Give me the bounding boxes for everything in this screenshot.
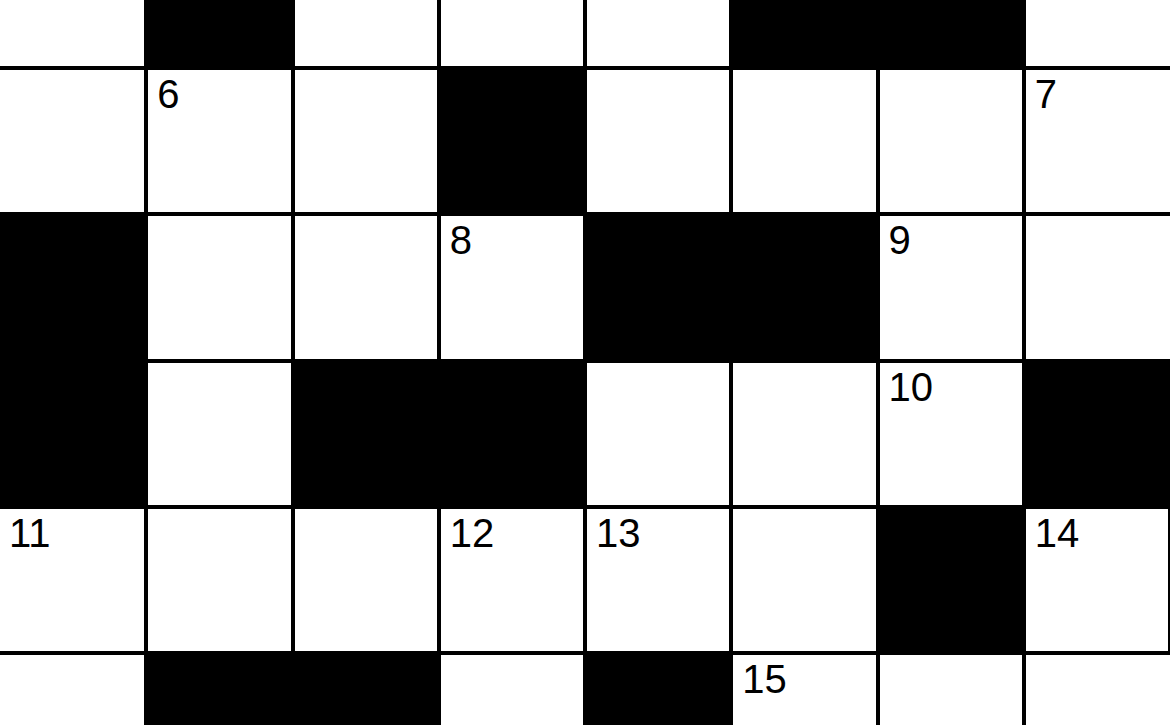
black-cell xyxy=(146,0,292,68)
grid-cell[interactable]: 13 xyxy=(585,507,731,653)
grid-cell[interactable] xyxy=(0,653,146,725)
black-cell xyxy=(585,653,731,725)
clue-number: 8 xyxy=(450,218,472,262)
clue-number: 13 xyxy=(596,511,641,555)
grid-cell[interactable] xyxy=(293,507,439,653)
grid-cell[interactable]: 9 xyxy=(878,214,1024,360)
grid-cell[interactable] xyxy=(439,653,585,725)
grid-cell[interactable] xyxy=(146,507,292,653)
grid-cell[interactable] xyxy=(1024,214,1170,360)
grid-cell[interactable] xyxy=(439,0,585,68)
grid-cell[interactable]: 12 xyxy=(439,507,585,653)
clue-number: 14 xyxy=(1035,511,1080,555)
grid-cell[interactable]: 14 xyxy=(1024,507,1170,653)
grid-cell[interactable]: 6 xyxy=(146,68,292,214)
grid-cell[interactable] xyxy=(731,507,877,653)
clue-number: 6 xyxy=(157,72,179,116)
black-cell xyxy=(878,507,1024,653)
grid-cell[interactable] xyxy=(1024,0,1170,68)
grid-cell[interactable] xyxy=(585,361,731,507)
grid-cell[interactable] xyxy=(585,0,731,68)
grid-cell[interactable]: 10 xyxy=(878,361,1024,507)
grid-cell[interactable] xyxy=(293,68,439,214)
black-cell xyxy=(731,214,877,360)
clue-number: 12 xyxy=(450,511,495,555)
grid-cell[interactable] xyxy=(585,68,731,214)
black-cell xyxy=(0,214,146,360)
black-cell xyxy=(1024,361,1170,507)
grid-cell[interactable] xyxy=(0,68,146,214)
grid-cell[interactable]: 11 xyxy=(0,507,146,653)
grid-cell[interactable] xyxy=(0,0,146,68)
grid-cell[interactable] xyxy=(878,653,1024,725)
black-cell xyxy=(878,0,1024,68)
crossword-board: 6789101112131415 xyxy=(0,0,1170,725)
grid-cell[interactable]: 15 xyxy=(731,653,877,725)
grid-cell[interactable]: 8 xyxy=(439,214,585,360)
black-cell xyxy=(731,0,877,68)
black-cell xyxy=(0,361,146,507)
grid-cell[interactable] xyxy=(1024,653,1170,725)
black-cell xyxy=(439,68,585,214)
grid-cell[interactable] xyxy=(293,214,439,360)
grid-cell[interactable] xyxy=(731,68,877,214)
black-cell xyxy=(585,214,731,360)
clue-number: 11 xyxy=(9,511,51,555)
clue-number: 9 xyxy=(889,218,911,262)
grid-cell[interactable] xyxy=(146,214,292,360)
black-cell xyxy=(293,361,439,507)
grid-cell[interactable] xyxy=(146,361,292,507)
grid-cell[interactable] xyxy=(731,361,877,507)
grid-cell[interactable] xyxy=(293,0,439,68)
clue-number: 15 xyxy=(742,657,787,701)
clue-number: 10 xyxy=(889,365,934,409)
black-cell xyxy=(293,653,439,725)
black-cell xyxy=(439,361,585,507)
clue-number: 7 xyxy=(1035,72,1057,116)
grid-cell[interactable] xyxy=(878,68,1024,214)
crossword-viewport: 6789101112131415 xyxy=(0,0,1170,725)
grid-cell[interactable]: 7 xyxy=(1024,68,1170,214)
black-cell xyxy=(146,653,292,725)
